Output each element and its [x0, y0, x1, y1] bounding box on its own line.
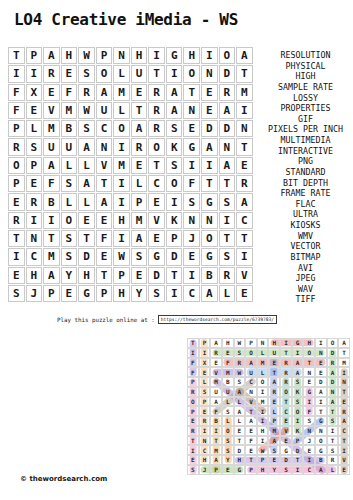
grid-cell: A	[131, 230, 148, 247]
answer-key-cell: C	[338, 426, 350, 436]
answer-key-cell: V	[210, 367, 222, 377]
copyright: © thewordsearch.com	[20, 475, 107, 483]
word-list-item: PNG	[258, 156, 353, 167]
grid-cell: A	[201, 138, 218, 155]
answer-key-cell: S	[280, 465, 292, 475]
grid-cell: H	[183, 47, 200, 64]
answer-key-cell: V	[338, 455, 350, 465]
grid-cell: W	[78, 102, 95, 119]
grid-cell: I	[166, 285, 183, 302]
grid-cell: G	[166, 47, 183, 64]
grid-cell: L	[26, 120, 43, 137]
grid-cell: E	[61, 285, 78, 302]
word-list-item: INTERACTIVE	[258, 146, 353, 157]
answer-key-cell: R	[234, 358, 246, 368]
answer-key-cell: E	[280, 436, 292, 446]
grid-cell: J	[26, 285, 43, 302]
answer-key-cell: Y	[222, 455, 234, 465]
grid-cell: L	[78, 157, 95, 174]
answer-key-cell: O	[280, 387, 292, 397]
answer-key-cell: D	[280, 455, 292, 465]
word-list-item: GIF	[258, 114, 353, 125]
grid-cell: T	[8, 47, 25, 64]
answer-key-cell: A	[315, 387, 327, 397]
grid-cell: P	[96, 285, 113, 302]
answer-key-cell: P	[268, 416, 280, 426]
answer-key-cell: G	[303, 387, 315, 397]
answer-key-cell: G	[292, 338, 304, 348]
answer-key-cell: F	[210, 406, 222, 416]
play-online-line: Play this puzzle online at : https://the…	[57, 315, 277, 324]
grid-cell: N	[201, 212, 218, 229]
answer-key-cell: T	[338, 436, 350, 446]
grid-cell: P	[8, 120, 25, 137]
grid-cell: X	[26, 84, 43, 101]
answer-key-cell: L	[268, 406, 280, 416]
answer-key-cell: A	[245, 358, 257, 368]
answer-key-cell: A	[292, 358, 304, 368]
answer-key-cell: M	[257, 397, 269, 407]
answer-key-cell: M	[222, 367, 234, 377]
grid-cell: S	[131, 248, 148, 265]
answer-key-cell: D	[327, 377, 339, 387]
answer-key-cell: H	[303, 338, 315, 348]
answer-key-cell: R	[280, 358, 292, 368]
word-list-item: ULTRA	[258, 209, 353, 220]
grid-cell: S	[61, 175, 78, 192]
grid-cell: T	[43, 230, 60, 247]
grid-cell: S	[8, 285, 25, 302]
grid-cell: T	[183, 84, 200, 101]
grid-cell: P	[8, 175, 25, 192]
answer-key-cell: E	[315, 358, 327, 368]
answer-key-cell: L	[257, 367, 269, 377]
grid-cell: R	[148, 120, 165, 137]
grid-cell: N	[201, 65, 218, 82]
answer-key-cell: H	[222, 338, 234, 348]
grid-cell: H	[113, 212, 130, 229]
grid-cell: F	[96, 230, 113, 247]
answer-key-cell: Y	[268, 465, 280, 475]
grid-cell: E	[8, 193, 25, 210]
answer-key-cell: H	[268, 338, 280, 348]
grid-cell: E	[183, 120, 200, 137]
answer-key-cell: A	[245, 416, 257, 426]
answer-key-cell: L	[199, 377, 211, 387]
grid-cell: B	[61, 120, 78, 137]
answer-key-cell: W	[234, 338, 246, 348]
answer-key-cell: N	[303, 367, 315, 377]
grid-cell: O	[166, 175, 183, 192]
answer-key-cell: T	[338, 387, 350, 397]
grid-cell: N	[183, 102, 200, 119]
grid-cell: T	[236, 138, 253, 155]
answer-key-cell: I	[210, 426, 222, 436]
answer-key-cell: P	[210, 465, 222, 475]
answer-key-cell: N	[338, 377, 350, 387]
answer-key-cell: R	[187, 426, 199, 436]
grid-cell: J	[183, 230, 200, 247]
grid-cell: R	[148, 102, 165, 119]
grid-cell: E	[131, 84, 148, 101]
answer-key-cell: M	[338, 358, 350, 368]
grid-cell: P	[43, 285, 60, 302]
answer-key-cell: G	[280, 445, 292, 455]
grid-cell: C	[96, 120, 113, 137]
answer-key-cell: W	[234, 367, 246, 377]
word-list-item: KIOSKS	[258, 220, 353, 231]
answer-key-cell: E	[303, 445, 315, 455]
grid-cell: V	[96, 157, 113, 174]
grid-cell: E	[183, 248, 200, 265]
grid-cell: G	[201, 248, 218, 265]
grid-cell: R	[131, 138, 148, 155]
grid-cell: O	[8, 157, 25, 174]
grid-cell: E	[201, 102, 218, 119]
answer-key-cell: U	[210, 387, 222, 397]
grid-cell: I	[8, 65, 25, 82]
answer-key-cell: E	[222, 348, 234, 358]
word-list-item: BITMAP	[258, 252, 353, 263]
grid-cell: P	[26, 47, 43, 64]
answer-key-cell: I	[280, 338, 292, 348]
answer-key-cell: C	[199, 445, 211, 455]
grid-cell: U	[43, 138, 60, 155]
grid-cell: F	[43, 175, 60, 192]
grid-cell: L	[113, 65, 130, 82]
grid-cell: A	[96, 84, 113, 101]
answer-key-cell: L	[327, 465, 339, 475]
answer-key-cell: C	[280, 406, 292, 416]
answer-key-cell: T	[327, 436, 339, 446]
grid-cell: T	[131, 102, 148, 119]
grid-cell: I	[166, 65, 183, 82]
grid-cell: L	[219, 285, 236, 302]
answer-key-cell: S	[234, 348, 246, 358]
answer-key-cell: P	[257, 455, 269, 465]
grid-cell: E	[148, 230, 165, 247]
grid-cell: T	[219, 175, 236, 192]
answer-key-cell: I	[303, 455, 315, 465]
answer-key-cell: E	[280, 416, 292, 426]
answer-key-cell: A	[210, 397, 222, 407]
answer-key-cell: A	[234, 387, 246, 397]
answer-key-cell: T	[245, 455, 257, 465]
answer-key-cell: P	[292, 436, 304, 446]
answer-key-cell: H	[257, 465, 269, 475]
answer-key-cell: P	[245, 338, 257, 348]
grid-cell: W	[78, 47, 95, 64]
grid-cell: Y	[131, 285, 148, 302]
grid-cell: H	[131, 47, 148, 64]
grid-cell: T	[201, 175, 218, 192]
grid-cell: P	[26, 157, 43, 174]
word-list-item: FLAC	[258, 199, 353, 210]
grid-cell: R	[219, 84, 236, 101]
word-list-item: RESOLUTION	[258, 50, 353, 61]
answer-key-cell: X	[199, 358, 211, 368]
answer-key-cell: S	[292, 377, 304, 387]
grid-cell: R	[8, 212, 25, 229]
answer-key-cell: V	[280, 426, 292, 436]
grid-cell: O	[113, 120, 130, 137]
answer-key-cell: N	[245, 387, 257, 397]
grid-cell: M	[113, 157, 130, 174]
answer-key-cell: I	[187, 445, 199, 455]
grid-cell: A	[131, 120, 148, 137]
grid-cell: C	[183, 285, 200, 302]
grid-cell: I	[43, 212, 60, 229]
answer-key-cell: A	[210, 455, 222, 465]
answer-key-cell: L	[222, 397, 234, 407]
answer-key-cell: A	[327, 367, 339, 377]
grid-cell: V	[148, 212, 165, 229]
answer-key-cell: E	[234, 426, 246, 436]
grid-cell: L	[113, 102, 130, 119]
answer-key-cell: F	[187, 358, 199, 368]
grid-cell: N	[26, 230, 43, 247]
grid-cell: R	[219, 267, 236, 284]
answer-key-cell: G	[315, 445, 327, 455]
grid-cell: V	[236, 267, 253, 284]
grid-cell: O	[183, 65, 200, 82]
word-list-item: BIT DEPTH	[258, 178, 353, 189]
grid-cell: H	[26, 267, 43, 284]
answer-key-cell: S	[222, 406, 234, 416]
answer-key-cell: A	[338, 416, 350, 426]
grid-cell: T	[8, 230, 25, 247]
grid-cell: H	[113, 285, 130, 302]
answer-key-cell: I	[338, 445, 350, 455]
grid-cell: C	[148, 175, 165, 192]
word-list-item: LOSSY	[258, 93, 353, 104]
grid-cell: U	[61, 138, 78, 155]
answer-key-cell: B	[222, 377, 234, 387]
answer-key-cell: O	[303, 348, 315, 358]
answer-key-cell: R	[280, 377, 292, 387]
answer-key-cell: F	[187, 367, 199, 377]
grid-cell: T	[78, 230, 95, 247]
grid-cell: I	[113, 193, 130, 210]
grid-cell: E	[148, 193, 165, 210]
grid-cell: I	[201, 157, 218, 174]
grid-cell: D	[201, 120, 218, 137]
answer-key-cell: I	[257, 416, 269, 426]
grid-cell: M	[61, 102, 78, 119]
grid-cell: D	[219, 120, 236, 137]
grid-cell: S	[26, 138, 43, 155]
grid-cell: S	[78, 65, 95, 82]
grid-cell: I	[236, 102, 253, 119]
grid-cell: A	[201, 285, 218, 302]
grid-cell: R	[78, 84, 95, 101]
grid-cell: T	[96, 175, 113, 192]
grid-cell: D	[166, 248, 183, 265]
grid-cell: O	[61, 212, 78, 229]
grid-cell: I	[183, 267, 200, 284]
answer-key-cell: R	[338, 406, 350, 416]
answer-key-cell: I	[292, 348, 304, 358]
grid-cell: I	[183, 157, 200, 174]
answer-key-cell: S	[187, 465, 199, 475]
answer-key-cell: I	[292, 416, 304, 426]
answer-key-cell: H	[257, 426, 269, 436]
answer-key-cell: A	[338, 338, 350, 348]
grid-cell: U	[131, 65, 148, 82]
answer-key-cell: S	[327, 416, 339, 426]
grid-cell: T	[166, 267, 183, 284]
answer-key-cell: H	[234, 455, 246, 465]
grid-cell: R	[43, 65, 60, 82]
grid-cell: I	[148, 47, 165, 64]
grid-cell: E	[96, 248, 113, 265]
answer-key-cell: M	[268, 426, 280, 436]
answer-key-cell: A	[315, 465, 327, 475]
puzzle-url-link[interactable]: https://thewordsearch.com/puzzle/6739783…	[158, 315, 277, 324]
answer-key-cell: L	[222, 416, 234, 426]
answer-key-cell: N	[315, 348, 327, 358]
grid-cell: N	[96, 138, 113, 155]
answer-key-cell: I	[257, 387, 269, 397]
word-list: RESOLUTIONPHYSICALHIGHSAMPLE RATELOSSYPR…	[258, 50, 353, 305]
answer-key-cell: I	[257, 406, 269, 416]
word-list-item: PROPERTIES	[258, 103, 353, 114]
answer-key-cell: B	[315, 455, 327, 465]
grid-cell: A	[236, 47, 253, 64]
grid-cell: N	[183, 212, 200, 229]
grid-cell: T	[96, 267, 113, 284]
grid-cell: D	[219, 65, 236, 82]
grid-cell: R	[8, 138, 25, 155]
answer-key-cell: T	[280, 348, 292, 358]
grid-cell: A	[96, 193, 113, 210]
grid-cell: T	[148, 157, 165, 174]
word-list-item: HIGH	[258, 71, 353, 82]
answer-key-cell: R	[327, 358, 339, 368]
grid-cell: E	[26, 102, 43, 119]
grid-cell: L	[61, 193, 78, 210]
grid-cell: I	[113, 138, 130, 155]
answer-key-cell: I	[292, 465, 304, 475]
grid-cell: T	[148, 65, 165, 82]
answer-key-cell: A	[268, 377, 280, 387]
grid-cell: K	[166, 138, 183, 155]
word-list-item: SAMPLE RATE	[258, 82, 353, 93]
answer-key-cell: R	[210, 348, 222, 358]
word-list-item: PIXELS PER INCH	[258, 124, 353, 135]
answer-key-cell: G	[315, 416, 327, 426]
answer-key-cell: O	[187, 397, 199, 407]
answer-key-cell: E	[268, 455, 280, 465]
answer-key-cell: H	[199, 455, 211, 465]
answer-key-cell: M	[210, 445, 222, 455]
grid-cell: I	[219, 212, 236, 229]
page-title: LO4 Creative iMedia - WS	[14, 10, 238, 29]
answer-key-cell: C	[303, 465, 315, 475]
answer-key-cell: A	[210, 338, 222, 348]
answer-key-cell: S	[234, 377, 246, 387]
grid-cell: E	[8, 267, 25, 284]
answer-key-cell: T	[268, 367, 280, 377]
grid-cell: A	[166, 84, 183, 101]
grid-cell: T	[236, 65, 253, 82]
grid-cell: R	[26, 193, 43, 210]
answer-key-cell: T	[234, 436, 246, 446]
grid-cell: U	[96, 102, 113, 119]
answer-key-cell: B	[210, 416, 222, 426]
answer-key-cell: I	[315, 338, 327, 348]
answer-key-cell: I	[338, 367, 350, 377]
grid-cell: I	[26, 212, 43, 229]
grid-cell: Y	[61, 267, 78, 284]
grid-cell: A	[78, 138, 95, 155]
grid-cell: A	[236, 193, 253, 210]
answer-key-cell: M	[210, 377, 222, 387]
answer-key-cell: I	[199, 348, 211, 358]
word-list-item: PHYSICAL	[258, 61, 353, 72]
answer-key-cell: P	[187, 406, 199, 416]
answer-key-cell: E	[187, 455, 199, 465]
grid-cell: A	[78, 175, 95, 192]
grid-cell: E	[43, 84, 60, 101]
grid-cell: O	[201, 230, 218, 247]
answer-key-cell: E	[245, 445, 257, 455]
answer-key-cell: G	[234, 465, 246, 475]
answer-key-cell: E	[268, 397, 280, 407]
grid-cell: T	[219, 230, 236, 247]
answer-key-cell: E	[222, 465, 234, 475]
grid-cell: G	[183, 138, 200, 155]
answer-key-cell: W	[257, 445, 269, 455]
answer-key-cell: O	[327, 338, 339, 348]
answer-key-cell: E	[210, 358, 222, 368]
word-search-grid: TPAHWPNHIGHIOAIIRESOLUTIONDTFXEFRAMERATE…	[8, 47, 253, 302]
answer-key-cell: M	[257, 358, 269, 368]
grid-cell: I	[236, 248, 253, 265]
answer-key-cell: J	[303, 436, 315, 446]
answer-key-cell: E	[245, 426, 257, 436]
grid-cell: I	[8, 248, 25, 265]
answer-key-cell: A	[292, 367, 304, 377]
grid-cell: P	[96, 47, 113, 64]
answer-key-cell: J	[199, 465, 211, 475]
answer-key-cell: U	[268, 348, 280, 358]
grid-cell: S	[166, 157, 183, 174]
answer-key-cell: N	[303, 426, 315, 436]
grid-cell: O	[219, 47, 236, 64]
answer-key-cell: E	[315, 367, 327, 377]
answer-key-cell: A	[234, 406, 246, 416]
answer-key-cell: T	[303, 358, 315, 368]
answer-key-cell: F	[245, 436, 257, 446]
answer-key-cell: L	[257, 348, 269, 358]
answer-key-cell: N	[327, 387, 339, 397]
answer-key-cell: U	[222, 387, 234, 397]
answer-key-cell: E	[199, 406, 211, 416]
answer-key-cell: P	[199, 397, 211, 407]
grid-cell: A	[219, 102, 236, 119]
grid-cell: B	[201, 267, 218, 284]
word-list-item: MULTIMEDIA	[258, 135, 353, 146]
grid-cell: V	[43, 102, 60, 119]
grid-cell: I	[113, 230, 130, 247]
grid-cell: S	[219, 193, 236, 210]
answer-key-cell: K	[292, 426, 304, 436]
grid-cell: N	[236, 120, 253, 137]
grid-cell: S	[183, 193, 200, 210]
grid-cell: E	[96, 212, 113, 229]
grid-cell: C	[26, 248, 43, 265]
